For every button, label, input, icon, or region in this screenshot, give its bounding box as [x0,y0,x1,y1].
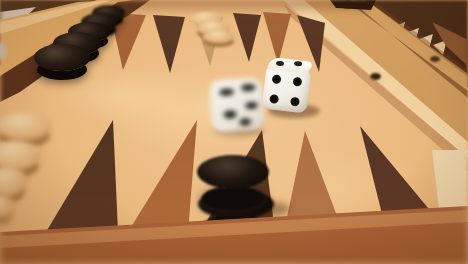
vignette [0,0,468,264]
backgammon-board-photo [0,0,468,264]
